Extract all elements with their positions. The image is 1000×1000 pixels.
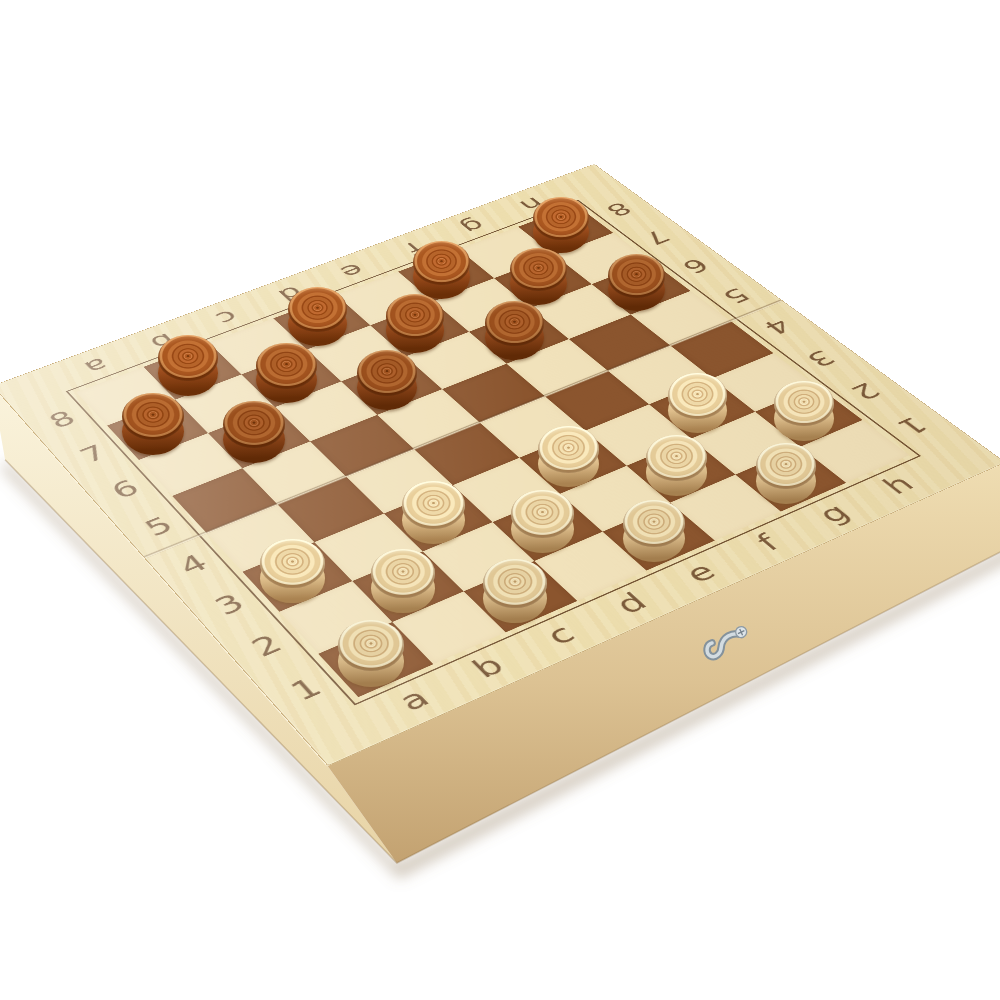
file-label-far-d: d [274, 283, 308, 304]
latch-icon [703, 625, 751, 659]
file-label-near-f: f [751, 531, 784, 554]
rank-label-right-4: 4 [759, 315, 797, 337]
file-label-far-g: g [456, 216, 490, 236]
file-label-near-b: b [467, 652, 510, 682]
rank-label-left-4: 4 [174, 551, 213, 578]
file-label-far-e: e [336, 261, 370, 281]
file-label-near-d: d [610, 589, 652, 618]
file-label-far-b: b [146, 330, 180, 352]
file-label-near-e: e [679, 559, 721, 587]
rank-label-left-1: 1 [285, 674, 327, 705]
rank-label-left-5: 5 [140, 513, 178, 539]
board-grid [76, 205, 909, 697]
file-label-near-a: a [393, 684, 435, 715]
rank-label-right-5: 5 [717, 285, 754, 306]
rank-label-left-8: 8 [45, 408, 80, 432]
rank-label-right-7: 7 [639, 227, 675, 247]
rank-label-right-6: 6 [677, 256, 713, 277]
file-label-far-f: f [401, 240, 427, 257]
file-label-near-c: c [541, 620, 581, 648]
rank-label-left-3: 3 [210, 590, 250, 618]
rank-label-right-2: 2 [846, 380, 886, 404]
file-label-near-h: h [877, 472, 919, 498]
file-label-far-a: a [80, 355, 114, 377]
file-label-far-c: c [211, 307, 243, 328]
rank-label-left-7: 7 [75, 442, 111, 467]
rank-label-right-3: 3 [801, 347, 840, 370]
rank-label-right-8: 8 [602, 200, 637, 219]
rank-label-right-1: 1 [892, 414, 933, 439]
rank-label-left-2: 2 [247, 631, 288, 661]
file-label-far-h: h [515, 195, 549, 214]
rank-label-left-6: 6 [107, 477, 144, 502]
file-label-near-g: g [813, 500, 855, 527]
checkers-board: aabbccddeeffgghh1122334455667788 [0, 164, 1000, 766]
product-photo-stage: aabbccddeeffgghh1122334455667788 [0, 0, 1000, 1000]
